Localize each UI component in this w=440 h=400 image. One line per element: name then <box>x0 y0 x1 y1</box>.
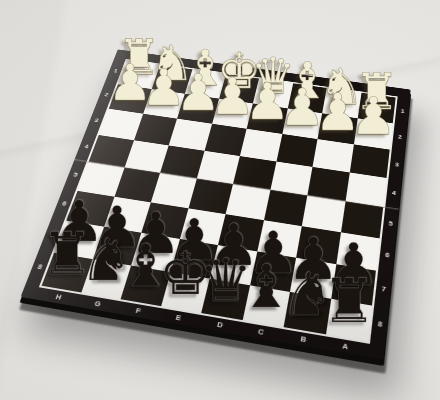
rank-label-right-2: 2 <box>397 135 401 140</box>
rank-label-left-4: 4 <box>83 144 89 150</box>
file-label-bottom-h: H <box>54 293 62 300</box>
piece-white-pawn[interactable]: ♟ <box>350 91 396 143</box>
rank-label-left-5: 5 <box>72 172 78 178</box>
rank-label-right-7: 7 <box>381 286 386 293</box>
file-label-bottom-g: G <box>94 300 102 308</box>
rank-label-right-8: 8 <box>377 321 382 329</box>
file-label-bottom-b: B <box>300 335 307 343</box>
file-label-bottom-f: F <box>135 307 142 314</box>
rank-label-right-5: 5 <box>388 220 393 226</box>
file-label-bottom-e: E <box>175 314 182 322</box>
rank-label-right-6: 6 <box>384 252 389 259</box>
file-label-bottom-d: D <box>216 321 223 329</box>
rank-label-right-3: 3 <box>394 162 398 168</box>
file-label-bottom-a: A <box>342 342 349 350</box>
piece-black-rook[interactable]: ♜ <box>322 270 376 330</box>
file-label-bottom-c: C <box>258 328 265 336</box>
rank-label-left-3: 3 <box>93 118 98 123</box>
photo-background: HHGGFFEEDDCCBBAA1122334455667788 ♜♞♝♚♛♝♞… <box>0 0 440 400</box>
rank-label-right-4: 4 <box>391 190 396 196</box>
rank-label-right-1: 1 <box>400 109 404 114</box>
